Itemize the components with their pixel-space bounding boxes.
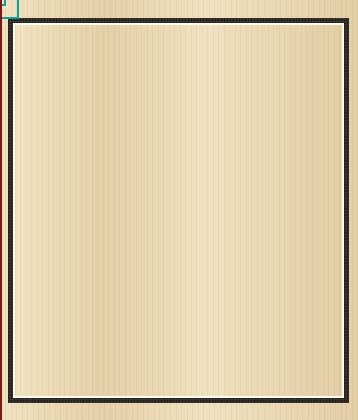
window-edge <box>0 0 2 420</box>
xiangqi-board[interactable] <box>0 0 358 420</box>
